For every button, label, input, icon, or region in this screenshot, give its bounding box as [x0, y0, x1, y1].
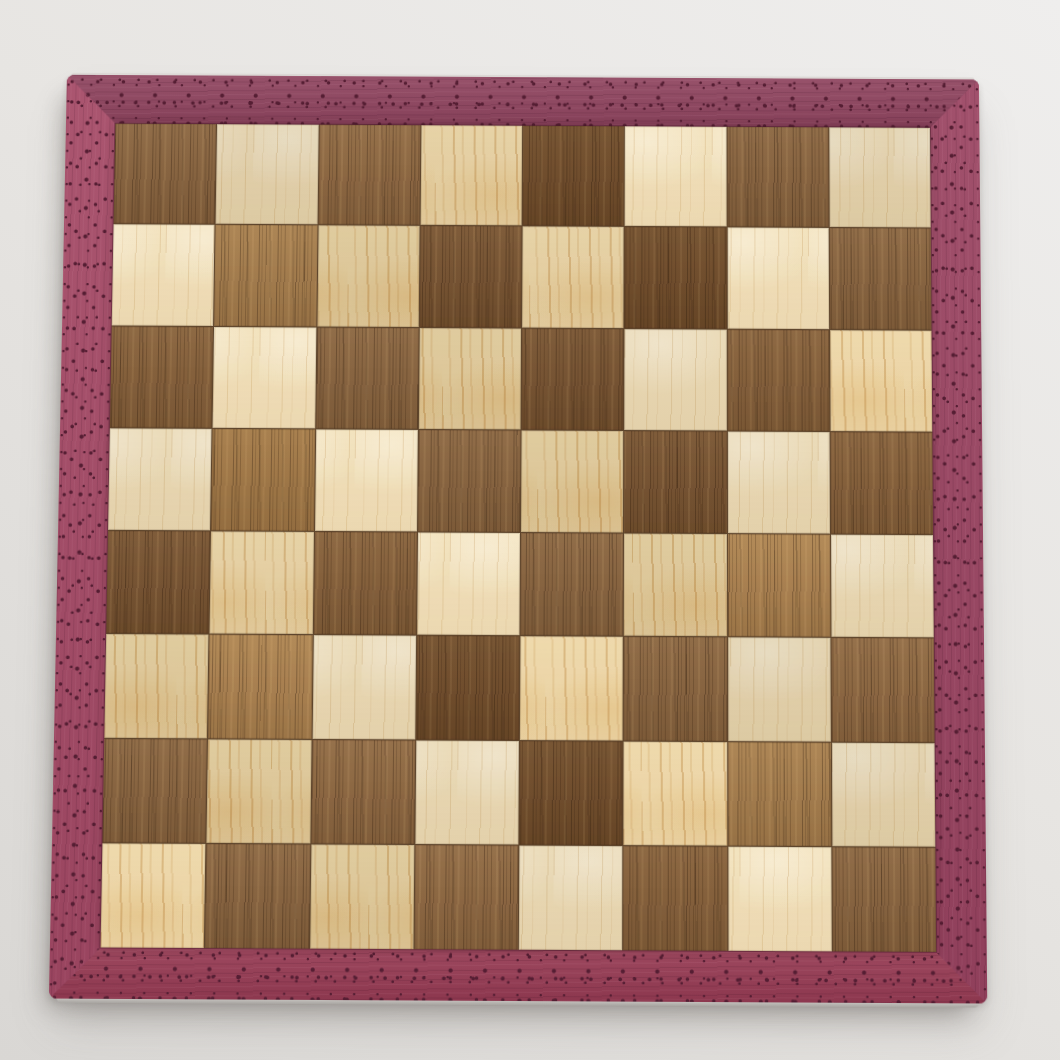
square-r3c6 [624, 329, 726, 431]
square-r4c1 [108, 428, 212, 530]
square-r3c8 [830, 330, 932, 432]
square-r2c1 [112, 224, 215, 325]
square-r3c1 [110, 326, 213, 428]
square-r6c8 [831, 638, 934, 742]
square-r5c3 [313, 532, 416, 635]
square-r1c1 [114, 124, 217, 224]
square-r7c8 [832, 742, 936, 846]
square-r3c3 [316, 327, 419, 429]
square-r5c4 [417, 532, 520, 635]
square-r3c2 [213, 326, 316, 428]
square-r2c7 [727, 228, 829, 329]
square-r6c6 [624, 637, 727, 741]
square-r2c2 [214, 225, 317, 326]
square-r4c3 [315, 429, 418, 531]
square-r5c2 [210, 531, 314, 634]
square-r1c6 [625, 126, 726, 226]
square-r2c6 [625, 227, 727, 328]
square-r7c7 [728, 742, 831, 846]
square-r2c5 [522, 227, 624, 328]
square-r1c4 [420, 125, 522, 225]
square-r7c4 [415, 740, 519, 844]
chessboard-surface [49, 75, 987, 1004]
board-squares-grid [101, 124, 937, 952]
square-r4c5 [521, 430, 623, 532]
square-r8c1 [101, 843, 206, 948]
square-r5c7 [728, 534, 831, 637]
square-r8c4 [414, 845, 518, 950]
square-r6c4 [416, 636, 519, 740]
square-r7c1 [102, 738, 207, 842]
square-r8c2 [205, 844, 310, 949]
square-r2c4 [419, 226, 521, 327]
square-r4c7 [727, 431, 829, 533]
board-frame-top [66, 75, 979, 128]
chessboard [49, 75, 987, 1004]
square-r1c7 [727, 127, 828, 227]
square-r4c8 [830, 432, 933, 534]
square-r6c2 [208, 635, 312, 739]
square-r8c5 [519, 845, 623, 950]
square-r8c3 [310, 844, 414, 949]
square-r4c4 [418, 430, 521, 532]
board-frame-right [930, 79, 988, 1003]
square-r3c5 [522, 328, 624, 430]
square-r1c2 [216, 124, 318, 224]
square-r8c6 [623, 846, 727, 951]
square-r5c8 [831, 535, 934, 638]
square-r4c6 [624, 431, 726, 533]
square-r6c1 [104, 634, 208, 738]
square-r7c6 [624, 741, 727, 845]
square-r6c3 [312, 635, 416, 739]
square-r2c8 [829, 228, 931, 329]
board-frame-bottom [49, 947, 987, 1003]
square-r4c2 [211, 429, 314, 531]
square-r1c3 [318, 125, 420, 225]
square-r8c8 [832, 847, 936, 952]
square-r3c7 [727, 329, 829, 431]
square-r1c8 [829, 127, 931, 227]
square-r5c1 [106, 531, 210, 634]
square-r5c6 [624, 534, 727, 637]
square-r6c7 [728, 638, 831, 742]
square-r8c7 [728, 846, 832, 951]
square-r1c5 [523, 126, 624, 226]
square-r5c5 [520, 533, 623, 636]
square-r2c3 [317, 226, 419, 327]
square-r7c2 [207, 739, 311, 843]
square-r7c5 [519, 741, 622, 845]
square-r6c5 [520, 636, 623, 740]
square-r3c4 [419, 328, 521, 430]
photo-background [0, 0, 1060, 1060]
square-r7c3 [311, 739, 415, 843]
